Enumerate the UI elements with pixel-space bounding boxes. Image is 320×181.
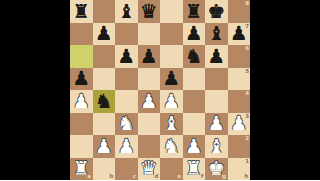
square-f5[interactable] bbox=[183, 68, 206, 91]
piece-black-pawn[interactable]: ♟ bbox=[95, 24, 112, 44]
square-d4[interactable]: ♟ bbox=[138, 90, 161, 113]
piece-white-pawn[interactable]: ♟ bbox=[208, 114, 225, 134]
square-f1[interactable]: ♜f bbox=[183, 158, 206, 181]
square-a4[interactable]: ♟ bbox=[70, 90, 93, 113]
square-h8[interactable]: 8 bbox=[228, 0, 251, 23]
square-e1[interactable]: e bbox=[160, 158, 183, 181]
chess-board: ♜♝♛♜♚8♟♟♝♟7♟♟♞♟6♟♟5♟♞♟♟4♞♝♟♟3♟♟♞♟♝2♜abc♛… bbox=[70, 0, 250, 180]
square-d8[interactable]: ♛ bbox=[138, 0, 161, 23]
square-f2[interactable]: ♟ bbox=[183, 135, 206, 158]
piece-white-pawn[interactable]: ♟ bbox=[118, 136, 135, 156]
piece-black-bishop[interactable]: ♝ bbox=[118, 1, 135, 21]
square-f6[interactable]: ♞ bbox=[183, 45, 206, 68]
coord-rank-5: 5 bbox=[245, 69, 249, 75]
piece-black-king[interactable]: ♚ bbox=[208, 1, 225, 21]
square-c4[interactable] bbox=[115, 90, 138, 113]
piece-black-pawn[interactable]: ♟ bbox=[230, 24, 247, 44]
square-g1[interactable]: ♚g bbox=[205, 158, 228, 181]
square-e3[interactable]: ♝ bbox=[160, 113, 183, 136]
piece-white-pawn[interactable]: ♟ bbox=[95, 136, 112, 156]
square-d2[interactable] bbox=[138, 135, 161, 158]
square-h6[interactable]: 6 bbox=[228, 45, 251, 68]
square-g8[interactable]: ♚ bbox=[205, 0, 228, 23]
square-g4[interactable] bbox=[205, 90, 228, 113]
square-g7[interactable]: ♝ bbox=[205, 23, 228, 46]
square-d6[interactable]: ♟ bbox=[138, 45, 161, 68]
piece-black-rook[interactable]: ♜ bbox=[73, 1, 90, 21]
square-b4[interactable]: ♞ bbox=[93, 90, 116, 113]
square-f4[interactable] bbox=[183, 90, 206, 113]
square-b2[interactable]: ♟ bbox=[93, 135, 116, 158]
square-e5[interactable]: ♟ bbox=[160, 68, 183, 91]
piece-black-pawn[interactable]: ♟ bbox=[163, 69, 180, 89]
square-g2[interactable]: ♝ bbox=[205, 135, 228, 158]
square-e7[interactable] bbox=[160, 23, 183, 46]
square-h3[interactable]: ♟3 bbox=[228, 113, 251, 136]
square-b7[interactable]: ♟ bbox=[93, 23, 116, 46]
square-c8[interactable]: ♝ bbox=[115, 0, 138, 23]
square-d5[interactable] bbox=[138, 68, 161, 91]
piece-white-rook[interactable]: ♜ bbox=[185, 159, 202, 179]
square-c1[interactable]: c bbox=[115, 158, 138, 181]
piece-white-pawn[interactable]: ♟ bbox=[230, 114, 247, 134]
square-c2[interactable]: ♟ bbox=[115, 135, 138, 158]
piece-black-rook[interactable]: ♜ bbox=[185, 1, 202, 21]
piece-white-rook[interactable]: ♜ bbox=[73, 159, 90, 179]
square-b1[interactable]: b bbox=[93, 158, 116, 181]
square-g3[interactable]: ♟ bbox=[205, 113, 228, 136]
piece-black-pawn[interactable]: ♟ bbox=[208, 46, 225, 66]
piece-white-knight[interactable]: ♞ bbox=[163, 136, 180, 156]
square-c5[interactable] bbox=[115, 68, 138, 91]
square-b5[interactable] bbox=[93, 68, 116, 91]
square-d3[interactable] bbox=[138, 113, 161, 136]
square-g5[interactable] bbox=[205, 68, 228, 91]
coord-rank-8: 8 bbox=[245, 1, 249, 7]
square-a3[interactable] bbox=[70, 113, 93, 136]
piece-black-pawn[interactable]: ♟ bbox=[73, 69, 90, 89]
square-h7[interactable]: ♟7 bbox=[228, 23, 251, 46]
coord-file-b: b bbox=[110, 174, 114, 180]
square-c6[interactable]: ♟ bbox=[115, 45, 138, 68]
square-b8[interactable] bbox=[93, 0, 116, 23]
square-a2[interactable] bbox=[70, 135, 93, 158]
square-c7[interactable] bbox=[115, 23, 138, 46]
square-h2[interactable]: 2 bbox=[228, 135, 251, 158]
piece-white-pawn[interactable]: ♟ bbox=[140, 91, 157, 111]
piece-black-bishop[interactable]: ♝ bbox=[208, 24, 225, 44]
piece-black-knight[interactable]: ♞ bbox=[95, 91, 112, 111]
coord-rank-2: 2 bbox=[245, 136, 249, 142]
piece-black-pawn[interactable]: ♟ bbox=[185, 24, 202, 44]
coord-file-e: e bbox=[177, 174, 181, 180]
square-g6[interactable]: ♟ bbox=[205, 45, 228, 68]
coord-file-h: h bbox=[245, 174, 249, 180]
piece-black-knight[interactable]: ♞ bbox=[185, 46, 202, 66]
piece-black-pawn[interactable]: ♟ bbox=[140, 46, 157, 66]
square-e4[interactable]: ♟ bbox=[160, 90, 183, 113]
square-a1[interactable]: ♜a bbox=[70, 158, 93, 181]
square-h1[interactable]: 1h bbox=[228, 158, 251, 181]
square-a5[interactable]: ♟ bbox=[70, 68, 93, 91]
square-h5[interactable]: 5 bbox=[228, 68, 251, 91]
piece-white-king[interactable]: ♚ bbox=[208, 159, 225, 179]
piece-black-pawn[interactable]: ♟ bbox=[118, 46, 135, 66]
coord-file-c: c bbox=[133, 174, 136, 180]
square-d1[interactable]: ♛d bbox=[138, 158, 161, 181]
square-e6[interactable] bbox=[160, 45, 183, 68]
coord-rank-4: 4 bbox=[245, 91, 249, 97]
piece-white-bishop[interactable]: ♝ bbox=[163, 114, 180, 134]
piece-black-queen[interactable]: ♛ bbox=[140, 1, 157, 21]
coord-rank-6: 6 bbox=[245, 46, 249, 52]
square-f7[interactable]: ♟ bbox=[183, 23, 206, 46]
square-a7[interactable] bbox=[70, 23, 93, 46]
piece-white-knight[interactable]: ♞ bbox=[118, 114, 135, 134]
square-d7[interactable] bbox=[138, 23, 161, 46]
piece-white-pawn[interactable]: ♟ bbox=[73, 91, 90, 111]
square-c3[interactable]: ♞ bbox=[115, 113, 138, 136]
piece-white-pawn[interactable]: ♟ bbox=[185, 136, 202, 156]
piece-white-pawn[interactable]: ♟ bbox=[163, 91, 180, 111]
coord-rank-1: 1 bbox=[245, 159, 249, 165]
square-e8[interactable] bbox=[160, 0, 183, 23]
page-background: ♜♝♛♜♚8♟♟♝♟7♟♟♞♟6♟♟5♟♞♟♟4♞♝♟♟3♟♟♞♟♝2♜abc♛… bbox=[0, 0, 320, 180]
square-b3[interactable] bbox=[93, 113, 116, 136]
square-f3[interactable] bbox=[183, 113, 206, 136]
piece-white-bishop[interactable]: ♝ bbox=[208, 136, 225, 156]
piece-white-queen[interactable]: ♛ bbox=[140, 159, 157, 179]
square-e2[interactable]: ♞ bbox=[160, 135, 183, 158]
square-f8[interactable]: ♜ bbox=[183, 0, 206, 23]
square-a8[interactable]: ♜ bbox=[70, 0, 93, 23]
square-b6[interactable] bbox=[93, 45, 116, 68]
square-a6[interactable] bbox=[70, 45, 93, 68]
square-h4[interactable]: 4 bbox=[228, 90, 251, 113]
